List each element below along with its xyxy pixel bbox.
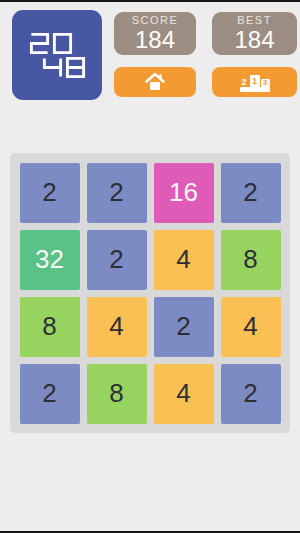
podium-rank-3: 3 — [261, 79, 270, 87]
tile: 2 — [221, 163, 281, 223]
logo-digit-0-icon — [52, 32, 73, 55]
score-value: 184 — [135, 27, 175, 53]
tile: 2 — [154, 297, 214, 357]
score-display: SCORE 184 — [114, 12, 196, 55]
tile: 4 — [221, 297, 281, 357]
tile: 16 — [154, 163, 214, 223]
podium-icon: 2 1 3 — [239, 72, 271, 93]
leaderboard-button[interactable]: 2 1 3 — [212, 67, 297, 97]
tile: 4 — [154, 364, 214, 424]
tile: 8 — [87, 364, 147, 424]
tile: 2 — [221, 364, 281, 424]
tile: 32 — [20, 230, 80, 290]
home-icon — [143, 70, 167, 94]
logo-row-20 — [29, 32, 73, 55]
best-display: BEST 184 — [212, 12, 297, 55]
tile: 2 — [87, 163, 147, 223]
logo-row-48 — [42, 56, 86, 79]
tile: 2 — [20, 364, 80, 424]
screen-top-edge — [0, 0, 300, 2]
tile: 8 — [20, 297, 80, 357]
best-value: 184 — [234, 27, 274, 53]
tile: 2 — [20, 163, 80, 223]
tile: 8 — [221, 230, 281, 290]
app-logo — [12, 10, 102, 100]
tile: 4 — [154, 230, 214, 290]
podium-rank-1: 1 — [250, 75, 260, 87]
tile: 4 — [87, 297, 147, 357]
logo-digit-2-icon — [29, 32, 50, 55]
game-board[interactable]: 2 2 16 2 32 2 4 8 8 4 2 4 2 8 4 2 — [10, 153, 290, 433]
logo-digit-8-icon — [65, 56, 86, 79]
podium-rank-2: 2 — [240, 77, 249, 87]
podium-base — [240, 87, 270, 92]
logo-digit-4-icon — [42, 56, 63, 79]
home-button[interactable] — [114, 67, 196, 97]
tile: 2 — [87, 230, 147, 290]
